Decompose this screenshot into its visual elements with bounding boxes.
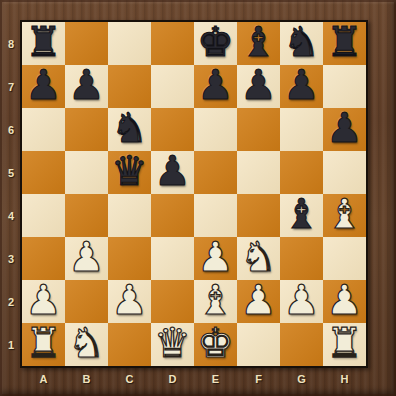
square-f6[interactable]	[237, 108, 280, 151]
square-b1[interactable]: ♞	[65, 323, 108, 366]
piece-white-bishop[interactable]: ♝	[197, 280, 234, 321]
square-c3[interactable]	[108, 237, 151, 280]
square-h7[interactable]	[323, 65, 366, 108]
square-e5[interactable]	[194, 151, 237, 194]
square-d6[interactable]	[151, 108, 194, 151]
square-f4[interactable]	[237, 194, 280, 237]
rank-label-7: 7	[0, 65, 22, 108]
square-b4[interactable]	[65, 194, 108, 237]
piece-white-pawn[interactable]: ♟	[240, 280, 277, 321]
square-a6[interactable]	[22, 108, 65, 151]
square-e8[interactable]: ♚	[194, 22, 237, 65]
square-e1[interactable]: ♚	[194, 323, 237, 366]
square-c5[interactable]: ♛	[108, 151, 151, 194]
file-label-f: F	[237, 366, 280, 392]
square-d8[interactable]	[151, 22, 194, 65]
square-c8[interactable]	[108, 22, 151, 65]
square-g3[interactable]	[280, 237, 323, 280]
file-label-h: H	[323, 366, 366, 392]
piece-white-pawn[interactable]: ♟	[197, 237, 234, 278]
square-c7[interactable]	[108, 65, 151, 108]
file-label-c: C	[108, 366, 151, 392]
piece-black-pawn[interactable]: ♟	[240, 65, 277, 106]
square-h6[interactable]: ♟	[323, 108, 366, 151]
square-d1[interactable]: ♛	[151, 323, 194, 366]
piece-white-knight[interactable]: ♞	[68, 323, 105, 364]
square-f7[interactable]: ♟	[237, 65, 280, 108]
square-c2[interactable]: ♟	[108, 280, 151, 323]
square-h3[interactable]	[323, 237, 366, 280]
piece-white-pawn[interactable]: ♟	[326, 280, 363, 321]
square-h2[interactable]: ♟	[323, 280, 366, 323]
piece-white-pawn[interactable]: ♟	[111, 280, 148, 321]
square-f5[interactable]	[237, 151, 280, 194]
file-label-g: G	[280, 366, 323, 392]
square-c4[interactable]	[108, 194, 151, 237]
square-g2[interactable]: ♟	[280, 280, 323, 323]
square-h5[interactable]	[323, 151, 366, 194]
piece-black-bishop[interactable]: ♝	[240, 22, 277, 63]
square-g7[interactable]: ♟	[280, 65, 323, 108]
piece-black-bishop[interactable]: ♝	[283, 194, 320, 235]
piece-black-knight[interactable]: ♞	[111, 108, 148, 149]
piece-black-queen[interactable]: ♛	[111, 151, 148, 192]
file-label-d: D	[151, 366, 194, 392]
rank-label-8: 8	[0, 22, 22, 65]
rank-label-1: 1	[0, 323, 22, 366]
piece-black-pawn[interactable]: ♟	[283, 65, 320, 106]
square-c1[interactable]	[108, 323, 151, 366]
square-e3[interactable]: ♟	[194, 237, 237, 280]
square-d3[interactable]	[151, 237, 194, 280]
piece-black-rook[interactable]: ♜	[326, 22, 363, 63]
square-f8[interactable]: ♝	[237, 22, 280, 65]
piece-white-pawn[interactable]: ♟	[68, 237, 105, 278]
piece-white-knight[interactable]: ♞	[240, 237, 277, 278]
square-b8[interactable]	[65, 22, 108, 65]
file-labels: ABCDEFGH	[22, 366, 366, 392]
square-d7[interactable]	[151, 65, 194, 108]
square-d4[interactable]	[151, 194, 194, 237]
rank-label-6: 6	[0, 108, 22, 151]
chess-board: ♜♚♝♞♜♟♟♟♟♟♞♟♛♟♝♝♟♟♞♟♟♝♟♟♟♜♞♛♚♜	[20, 20, 368, 368]
piece-white-queen[interactable]: ♛	[154, 323, 191, 364]
piece-white-pawn[interactable]: ♟	[25, 280, 62, 321]
square-a2[interactable]: ♟	[22, 280, 65, 323]
square-g8[interactable]: ♞	[280, 22, 323, 65]
square-b6[interactable]	[65, 108, 108, 151]
piece-black-knight[interactable]: ♞	[283, 22, 320, 63]
square-f2[interactable]: ♟	[237, 280, 280, 323]
square-h1[interactable]: ♜	[323, 323, 366, 366]
square-f3[interactable]: ♞	[237, 237, 280, 280]
square-d5[interactable]: ♟	[151, 151, 194, 194]
square-c6[interactable]: ♞	[108, 108, 151, 151]
rank-label-5: 5	[0, 151, 22, 194]
square-h8[interactable]: ♜	[323, 22, 366, 65]
square-e7[interactable]: ♟	[194, 65, 237, 108]
chess-board-widget: 87654321 ABCDEFGH ♜♚♝♞♜♟♟♟♟♟♞♟♛♟♝♝♟♟♞♟♟♝…	[0, 0, 396, 396]
file-label-b: B	[65, 366, 108, 392]
square-e6[interactable]	[194, 108, 237, 151]
rank-label-2: 2	[0, 280, 22, 323]
piece-white-king[interactable]: ♚	[197, 323, 234, 364]
square-d2[interactable]	[151, 280, 194, 323]
square-b5[interactable]	[65, 151, 108, 194]
piece-black-pawn[interactable]: ♟	[154, 151, 191, 192]
square-a5[interactable]	[22, 151, 65, 194]
square-b2[interactable]	[65, 280, 108, 323]
piece-black-king[interactable]: ♚	[197, 22, 234, 63]
square-g1[interactable]	[280, 323, 323, 366]
square-a7[interactable]: ♟	[22, 65, 65, 108]
square-a8[interactable]: ♜	[22, 22, 65, 65]
square-e4[interactable]	[194, 194, 237, 237]
piece-black-pawn[interactable]: ♟	[25, 65, 62, 106]
rank-label-4: 4	[0, 194, 22, 237]
square-g4[interactable]: ♝	[280, 194, 323, 237]
square-h4[interactable]: ♝	[323, 194, 366, 237]
piece-white-bishop[interactable]: ♝	[326, 194, 363, 235]
piece-black-pawn[interactable]: ♟	[326, 108, 363, 149]
square-f1[interactable]	[237, 323, 280, 366]
piece-white-rook[interactable]: ♜	[25, 323, 62, 364]
square-a4[interactable]	[22, 194, 65, 237]
square-e2[interactable]: ♝	[194, 280, 237, 323]
piece-black-rook[interactable]: ♜	[25, 22, 62, 63]
square-a1[interactable]: ♜	[22, 323, 65, 366]
piece-white-pawn[interactable]: ♟	[283, 280, 320, 321]
piece-black-pawn[interactable]: ♟	[68, 65, 105, 106]
square-g6[interactable]	[280, 108, 323, 151]
square-g5[interactable]	[280, 151, 323, 194]
square-b3[interactable]: ♟	[65, 237, 108, 280]
rank-label-3: 3	[0, 237, 22, 280]
square-a3[interactable]	[22, 237, 65, 280]
piece-black-pawn[interactable]: ♟	[197, 65, 234, 106]
rank-labels: 87654321	[0, 22, 22, 366]
square-b7[interactable]: ♟	[65, 65, 108, 108]
file-label-a: A	[22, 366, 65, 392]
piece-white-rook[interactable]: ♜	[326, 323, 363, 364]
file-label-e: E	[194, 366, 237, 392]
